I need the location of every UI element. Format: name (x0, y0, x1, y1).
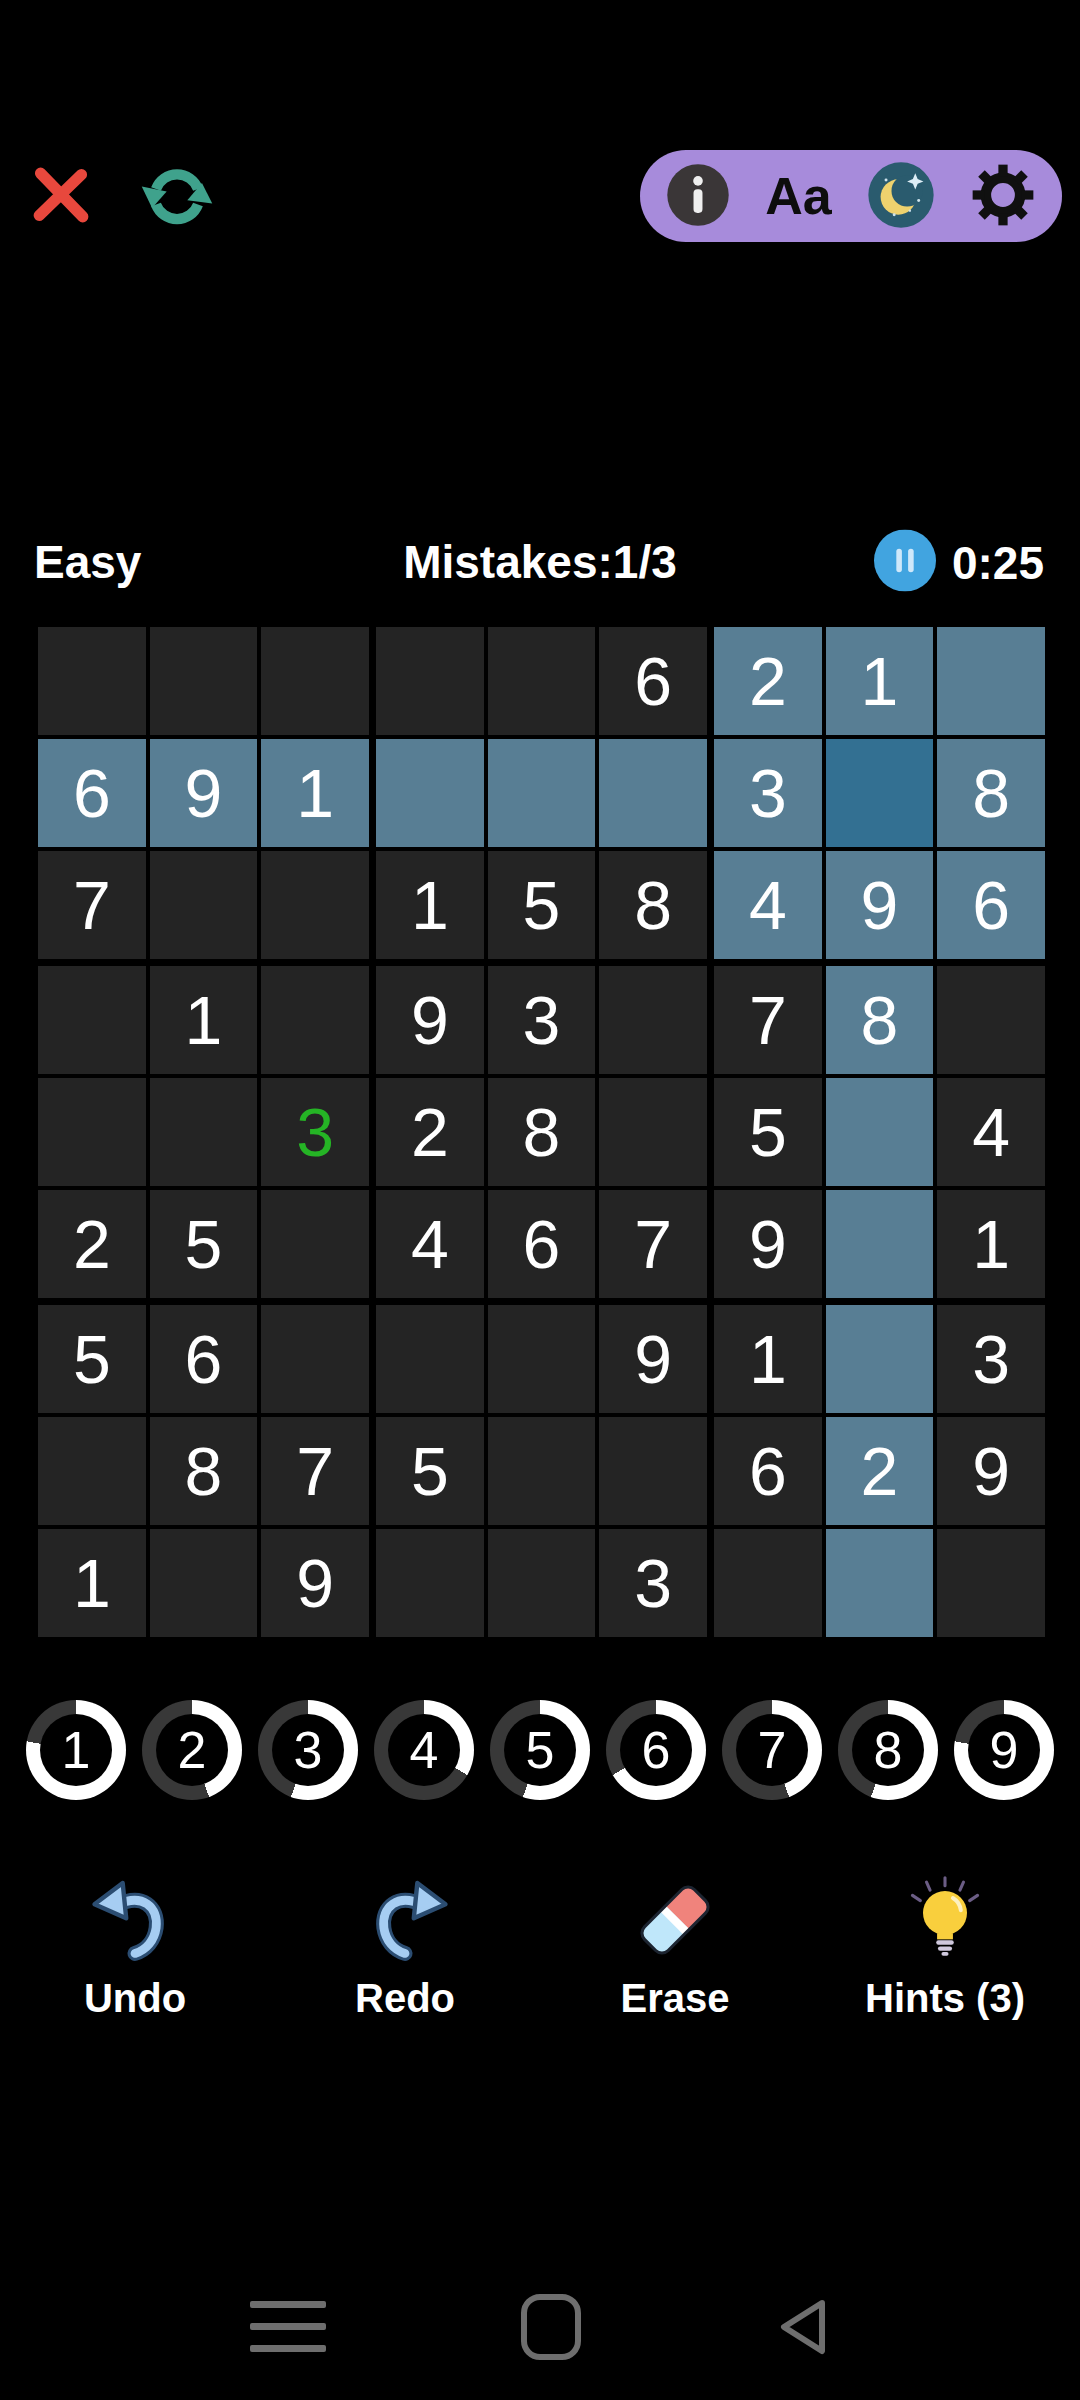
sudoku-cell-r7c4[interactable] (376, 1305, 484, 1413)
font-size-label: Aa (765, 170, 831, 222)
settings-pill: Aa (640, 150, 1062, 242)
sudoku-box-3: 2138496 (714, 627, 1045, 959)
back-triangle-icon (774, 2296, 832, 2361)
sudoku-cell-r7c5[interactable] (488, 1305, 596, 1413)
sudoku-cell-r8c7[interactable]: 6 (714, 1417, 822, 1525)
sudoku-cell-r5c6[interactable] (599, 1078, 707, 1186)
number-button-3[interactable]: 3 (258, 1700, 358, 1800)
cell-digit: 6 (185, 1325, 223, 1393)
cell-digit: 9 (972, 1437, 1010, 1505)
sudoku-cell-r8c6[interactable] (599, 1417, 707, 1525)
sudoku-cell-r6c3[interactable] (261, 1190, 369, 1298)
number-button-1[interactable]: 1 (26, 1700, 126, 1800)
cell-digit: 2 (861, 1437, 899, 1505)
cell-digit: 2 (749, 647, 787, 715)
recents-button[interactable] (248, 2298, 328, 2359)
cell-digit: 7 (73, 871, 111, 939)
cell-digit: 1 (411, 871, 449, 939)
number-button-digit: 8 (838, 1700, 938, 1800)
sudoku-cell-r1c4[interactable] (376, 627, 484, 735)
cell-digit: 6 (749, 1437, 787, 1505)
sudoku-cell-r1c9[interactable] (937, 627, 1045, 735)
cell-digit: 1 (972, 1210, 1010, 1278)
number-button-digit: 9 (954, 1700, 1054, 1800)
cell-digit: 7 (296, 1437, 334, 1505)
restart-button[interactable] (134, 150, 220, 243)
sudoku-box-4: 1325 (38, 966, 369, 1298)
sudoku-cell-r9c8[interactable] (826, 1529, 934, 1637)
cell-digit: 4 (411, 1210, 449, 1278)
redo-label: Redo (355, 1976, 455, 2021)
cell-digit: 4 (749, 871, 787, 939)
sudoku-cell-r5c1[interactable] (38, 1078, 146, 1186)
sudoku-cell-r4c6[interactable] (599, 966, 707, 1074)
sudoku-cell-r9c4[interactable] (376, 1529, 484, 1637)
cell-digit: 8 (861, 986, 899, 1054)
number-button-digit: 1 (26, 1700, 126, 1800)
sudoku-cell-r2c4[interactable] (376, 739, 484, 847)
cell-digit: 6 (523, 1210, 561, 1278)
cell-digit: 8 (523, 1098, 561, 1166)
number-button-digit: 7 (722, 1700, 822, 1800)
menu-lines-icon (248, 2298, 328, 2359)
sudoku-cell-r9c2[interactable] (150, 1529, 258, 1637)
cell-digit: 8 (634, 871, 672, 939)
undo-arrow-icon (91, 1868, 179, 1964)
close-button[interactable] (28, 162, 94, 231)
gear-icon (970, 162, 1036, 231)
sudoku-cell-r5c4[interactable]: 2 (376, 1078, 484, 1186)
erase-label: Erase (621, 1976, 730, 2021)
cell-digit: 2 (411, 1098, 449, 1166)
sudoku-cell-r7c2[interactable]: 6 (150, 1305, 258, 1413)
top-bar: Aa (0, 150, 1080, 242)
sudoku-cell-r5c2[interactable] (150, 1078, 258, 1186)
sudoku-cell-r1c1[interactable] (38, 627, 146, 735)
cell-digit: 1 (296, 759, 334, 827)
number-button-9[interactable]: 9 (954, 1700, 1054, 1800)
cell-digit: 9 (861, 871, 899, 939)
cell-digit: 3 (634, 1549, 672, 1617)
cell-digit: 5 (185, 1210, 223, 1278)
sudoku-cell-r6c1[interactable]: 2 (38, 1190, 146, 1298)
sudoku-cell-r1c2[interactable] (150, 627, 258, 735)
hints-button[interactable]: Hints (3) (810, 1868, 1080, 2021)
sudoku-cell-r6c7[interactable]: 9 (714, 1190, 822, 1298)
sudoku-cell-r4c1[interactable] (38, 966, 146, 1074)
cell-digit: 7 (749, 986, 787, 1054)
sudoku-cell-r1c6[interactable]: 6 (599, 627, 707, 735)
sudoku-cell-r4c9[interactable] (937, 966, 1045, 1074)
sudoku-cell-r6c6[interactable]: 7 (599, 1190, 707, 1298)
cell-digit: 7 (634, 1210, 672, 1278)
home-button[interactable] (520, 2293, 582, 2364)
sudoku-cell-r8c2[interactable]: 8 (150, 1417, 258, 1525)
sudoku-cell-r9c5[interactable] (488, 1529, 596, 1637)
sudoku-cell-r6c2[interactable]: 5 (150, 1190, 258, 1298)
cell-digit: 5 (749, 1098, 787, 1166)
number-button-2[interactable]: 2 (142, 1700, 242, 1800)
cell-digit: 9 (296, 1549, 334, 1617)
sudoku-cell-r4c4[interactable]: 9 (376, 966, 484, 1074)
sudoku-cell-r4c5[interactable]: 3 (488, 966, 596, 1074)
theme-button[interactable] (867, 161, 935, 232)
sudoku-cell-r9c3[interactable]: 9 (261, 1529, 369, 1637)
sudoku-cell-r2c5[interactable] (488, 739, 596, 847)
sudoku-cell-r4c8[interactable]: 8 (826, 966, 934, 1074)
sudoku-cell-r3c5[interactable]: 5 (488, 851, 596, 959)
sudoku-cell-r2c1[interactable]: 6 (38, 739, 146, 847)
sudoku-cell-r8c8[interactable]: 2 (826, 1417, 934, 1525)
sudoku-box-1: 6917 (38, 627, 369, 959)
sudoku-cell-r9c9[interactable] (937, 1529, 1045, 1637)
sudoku-cell-r3c4[interactable]: 1 (376, 851, 484, 959)
settings-button[interactable] (970, 162, 1036, 231)
sudoku-cell-r9c6[interactable]: 3 (599, 1529, 707, 1637)
number-button-7[interactable]: 7 (722, 1700, 822, 1800)
cell-digit: 1 (749, 1325, 787, 1393)
sudoku-cell-r3c2[interactable] (150, 851, 258, 959)
erase-button[interactable]: Erase (540, 1868, 810, 2021)
cell-digit: 8 (972, 759, 1010, 827)
sudoku-cell-r3c3[interactable] (261, 851, 369, 959)
sudoku-app-screen: Aa (0, 0, 1080, 2400)
undo-button[interactable]: Undo (0, 1868, 270, 2021)
number-button-6[interactable]: 6 (606, 1700, 706, 1800)
sudoku-cell-r6c8[interactable] (826, 1190, 934, 1298)
cell-digit: 5 (411, 1437, 449, 1505)
pause-button[interactable] (874, 530, 936, 595)
sudoku-cell-r7c3[interactable] (261, 1305, 369, 1413)
sudoku-cell-r1c5[interactable] (488, 627, 596, 735)
sudoku-cell-r3c7[interactable]: 4 (714, 851, 822, 959)
sudoku-box-8: 953 (376, 1305, 707, 1637)
sudoku-cell-r4c2[interactable]: 1 (150, 966, 258, 1074)
sudoku-cell-r4c7[interactable]: 7 (714, 966, 822, 1074)
cell-digit: 1 (861, 647, 899, 715)
sudoku-cell-r2c8[interactable] (826, 739, 934, 847)
cell-digit: 6 (73, 759, 111, 827)
sudoku-cell-r2c2[interactable]: 9 (150, 739, 258, 847)
sudoku-cell-r2c9[interactable]: 8 (937, 739, 1045, 847)
cell-digit: 6 (634, 647, 672, 715)
sudoku-box-6: 785491 (714, 966, 1045, 1298)
number-button-digit: 5 (490, 1700, 590, 1800)
info-icon (666, 163, 730, 230)
cell-digit: 4 (972, 1098, 1010, 1166)
number-button-digit: 2 (142, 1700, 242, 1800)
sudoku-cell-r8c4[interactable]: 5 (376, 1417, 484, 1525)
cell-digit: 5 (73, 1325, 111, 1393)
number-pad: 123456789 (0, 1700, 1080, 1804)
cell-digit: 1 (185, 986, 223, 1054)
status-bar: Easy Mistakes:1/3 0:25 (0, 520, 1080, 604)
sudoku-cell-r7c9[interactable]: 3 (937, 1305, 1045, 1413)
sudoku-cell-r1c8[interactable]: 1 (826, 627, 934, 735)
font-size-button[interactable]: Aa (765, 170, 831, 222)
sudoku-cell-r5c5[interactable]: 8 (488, 1078, 596, 1186)
cell-digit: 8 (185, 1437, 223, 1505)
sudoku-cell-r7c7[interactable]: 1 (714, 1305, 822, 1413)
number-button-digit: 6 (606, 1700, 706, 1800)
x-icon (28, 162, 94, 231)
sudoku-cell-r7c6[interactable]: 9 (599, 1305, 707, 1413)
sudoku-cell-r2c7[interactable]: 3 (714, 739, 822, 847)
sudoku-cell-r1c7[interactable]: 2 (714, 627, 822, 735)
sudoku-cell-r8c3[interactable]: 7 (261, 1417, 369, 1525)
sudoku-cell-r9c7[interactable] (714, 1529, 822, 1637)
lightbulb-icon (901, 1868, 989, 1964)
sudoku-cell-r7c1[interactable]: 5 (38, 1305, 146, 1413)
number-button-4[interactable]: 4 (374, 1700, 474, 1800)
sudoku-cell-r3c1[interactable]: 7 (38, 851, 146, 959)
sudoku-cell-r5c8[interactable] (826, 1078, 934, 1186)
timer: 0:25 (952, 535, 1044, 589)
cell-digit: 9 (749, 1210, 787, 1278)
sudoku-cell-r4c3[interactable] (261, 966, 369, 1074)
moon-icon (867, 161, 935, 232)
sudoku-box-9: 13629 (714, 1305, 1045, 1637)
back-button[interactable] (774, 2296, 832, 2361)
sudoku-cell-r5c3[interactable]: 3 (261, 1078, 369, 1186)
pause-icon (874, 530, 936, 595)
eraser-icon (631, 1868, 719, 1964)
cell-digit: 2 (73, 1210, 111, 1278)
cell-digit: 9 (411, 986, 449, 1054)
sudoku-cell-r5c7[interactable]: 5 (714, 1078, 822, 1186)
sudoku-cell-r6c9[interactable]: 1 (937, 1190, 1045, 1298)
sudoku-cell-r6c5[interactable]: 6 (488, 1190, 596, 1298)
cell-digit: 5 (523, 871, 561, 939)
sudoku-cell-r2c6[interactable] (599, 739, 707, 847)
sudoku-cell-r8c5[interactable] (488, 1417, 596, 1525)
sudoku-cell-r6c4[interactable]: 4 (376, 1190, 484, 1298)
cell-digit: 9 (634, 1325, 672, 1393)
cell-digit: 3 (523, 986, 561, 1054)
number-button-5[interactable]: 5 (490, 1700, 590, 1800)
number-button-8[interactable]: 8 (838, 1700, 938, 1800)
sudoku-box-5: 9328467 (376, 966, 707, 1298)
sudoku-cell-r9c1[interactable]: 1 (38, 1529, 146, 1637)
home-outline-icon (520, 2293, 582, 2364)
info-button[interactable] (666, 163, 730, 230)
redo-button[interactable]: Redo (270, 1868, 540, 2021)
sudoku-cell-r1c3[interactable] (261, 627, 369, 735)
sudoku-cell-r8c9[interactable]: 9 (937, 1417, 1045, 1525)
cell-digit: 3 (972, 1325, 1010, 1393)
android-nav-bar (0, 2290, 1080, 2366)
cell-digit: 3 (749, 759, 787, 827)
cell-digit: 3 (296, 1098, 334, 1166)
sudoku-cell-r3c8[interactable]: 9 (826, 851, 934, 959)
redo-arrow-icon (361, 1868, 449, 1964)
number-button-digit: 3 (258, 1700, 358, 1800)
sudoku-cell-r3c9[interactable]: 6 (937, 851, 1045, 959)
restart-arrows-icon (134, 150, 220, 243)
hints-label: Hints (3) (865, 1976, 1025, 2021)
undo-label: Undo (84, 1976, 186, 2021)
sudoku-cell-r5c9[interactable]: 4 (937, 1078, 1045, 1186)
sudoku-cell-r8c1[interactable] (38, 1417, 146, 1525)
sudoku-cell-r7c8[interactable] (826, 1305, 934, 1413)
cell-digit: 9 (185, 759, 223, 827)
cell-digit: 1 (73, 1549, 111, 1617)
cell-digit: 6 (972, 871, 1010, 939)
sudoku-board: 6917615821384961325932846778549156871995… (38, 627, 1045, 1637)
sudoku-cell-r3c6[interactable]: 8 (599, 851, 707, 959)
sudoku-box-7: 568719 (38, 1305, 369, 1637)
number-button-digit: 4 (374, 1700, 474, 1800)
sudoku-cell-r2c3[interactable]: 1 (261, 739, 369, 847)
sudoku-box-2: 6158 (376, 627, 707, 959)
toolbar: Undo Redo (0, 1868, 1080, 2021)
